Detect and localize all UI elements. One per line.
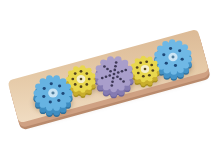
gear-center-hole	[51, 92, 54, 95]
toy-photo	[0, 0, 215, 156]
gear-center-hole	[144, 68, 147, 70]
gear-center-hole	[172, 56, 175, 59]
gear-center-hole	[113, 73, 116, 76]
gear-toy-scene	[0, 0, 215, 156]
gear-center-hole	[80, 78, 83, 80]
